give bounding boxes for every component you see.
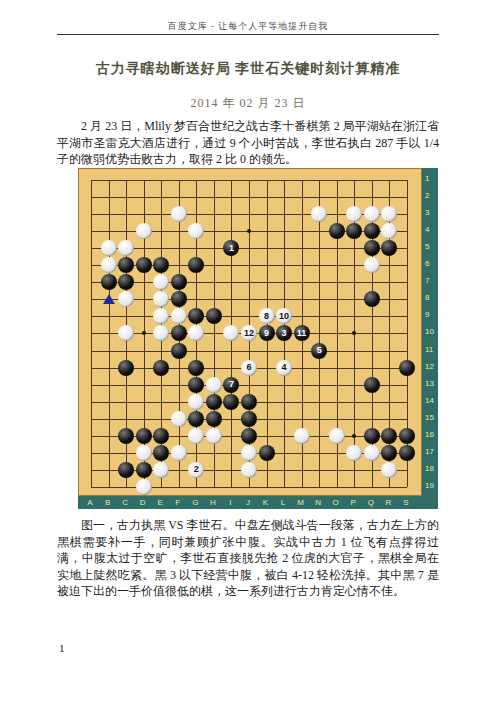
star-point (142, 331, 146, 335)
header-divider (57, 34, 439, 35)
column-label-I: I (229, 499, 231, 507)
go-stone-black (118, 462, 134, 478)
row-label-6: 6 (425, 260, 429, 268)
go-stone-white (381, 462, 397, 478)
go-stone-white (171, 206, 187, 222)
go-stone-white (101, 257, 117, 273)
row-label-5: 5 (425, 243, 429, 251)
go-stone-white-move-2: 2 (188, 462, 204, 478)
go-stone-black (136, 257, 152, 273)
column-label-L: L (281, 499, 285, 507)
go-stone-black (329, 223, 345, 239)
go-stone-white (364, 257, 380, 273)
go-stone-black (223, 394, 239, 410)
go-stone-black (188, 411, 204, 427)
go-stone-white-move-10: 10 (276, 308, 292, 324)
go-stone-white (329, 428, 345, 444)
go-stone-black (241, 428, 257, 444)
column-label-M: M (297, 499, 304, 507)
column-label-Q: Q (368, 499, 374, 507)
go-stone-white (153, 274, 169, 290)
go-stone-white (136, 479, 152, 495)
go-stone-black (171, 274, 187, 290)
go-stone-white-move-12: 12 (241, 325, 257, 341)
go-stone-white (364, 206, 380, 222)
row-label-14: 14 (425, 397, 434, 405)
go-stone-white (188, 394, 204, 410)
grid-line-horizontal (91, 385, 407, 386)
go-stone-black (153, 360, 169, 376)
go-stone-black (381, 445, 397, 461)
page-header: 百度文库 - 让每个人平等地提升自我 (0, 20, 496, 33)
column-label-O: O (333, 499, 339, 507)
go-stone-black (118, 274, 134, 290)
column-label-P: P (351, 499, 356, 507)
go-stone-white (171, 445, 187, 461)
go-stone-white (118, 291, 134, 307)
go-stone-white (153, 308, 169, 324)
go-stone-black-move-9: 9 (259, 325, 275, 341)
row-label-16: 16 (425, 431, 434, 439)
go-stone-white (171, 308, 187, 324)
go-stone-black (206, 411, 222, 427)
triangle-mark (103, 294, 115, 304)
board-row-labels-bar: 12345678910111213141516171819 (422, 168, 438, 509)
go-stone-black (399, 428, 415, 444)
go-stone-white (364, 445, 380, 461)
column-label-H: H (210, 499, 216, 507)
page-number: 1 (59, 642, 65, 654)
go-stone-white-move-8: 8 (259, 308, 275, 324)
row-label-4: 4 (425, 226, 429, 234)
grid-line-horizontal (91, 351, 407, 352)
row-label-9: 9 (425, 311, 429, 319)
go-stone-black (188, 377, 204, 393)
column-label-E: E (158, 499, 163, 507)
go-board: 181012931156472 (78, 168, 422, 496)
go-stone-black (241, 394, 257, 410)
go-stone-black-move-3: 3 (276, 325, 292, 341)
go-stone-black (153, 257, 169, 273)
star-point (247, 229, 251, 233)
go-stone-white (311, 206, 327, 222)
go-stone-white-move-6: 6 (241, 360, 257, 376)
go-stone-black (399, 360, 415, 376)
go-stone-white (188, 325, 204, 341)
star-point (352, 331, 356, 335)
column-label-G: G (192, 499, 198, 507)
grid-line-vertical (319, 180, 320, 487)
go-stone-white (118, 240, 134, 256)
row-label-3: 3 (425, 209, 429, 217)
go-stone-black (118, 428, 134, 444)
row-label-8: 8 (425, 294, 429, 302)
column-label-N: N (315, 499, 321, 507)
go-stone-white (101, 240, 117, 256)
go-stone-white (153, 462, 169, 478)
row-label-15: 15 (425, 414, 434, 422)
column-label-C: C (122, 499, 128, 507)
go-stone-black (188, 308, 204, 324)
article-date: 2014 年 02 月 23 日 (0, 95, 496, 112)
go-stone-black (171, 343, 187, 359)
go-stone-black-move-11: 11 (294, 325, 310, 341)
row-label-13: 13 (425, 380, 434, 388)
go-stone-white (346, 206, 362, 222)
go-stone-white (118, 325, 134, 341)
row-label-17: 17 (425, 448, 434, 456)
column-label-B: B (105, 499, 110, 507)
go-stone-black-move-7: 7 (223, 377, 239, 393)
go-stone-white (188, 223, 204, 239)
go-stone-black (241, 411, 257, 427)
go-board-diagram: 181012931156472 ABCDEFGHIJKLMNOPQRS 1234… (78, 168, 438, 509)
go-stone-white (171, 411, 187, 427)
go-stone-white (346, 445, 362, 461)
row-label-7: 7 (425, 277, 429, 285)
go-stone-white (381, 206, 397, 222)
row-label-10: 10 (425, 328, 434, 336)
go-stone-black (206, 394, 222, 410)
star-point (352, 434, 356, 438)
article-title: 古力寻瞎劫断送好局 李世石关键时刻计算精准 (0, 60, 496, 78)
go-stone-white (223, 325, 239, 341)
go-stone-black (364, 377, 380, 393)
go-stone-black (153, 445, 169, 461)
column-label-K: K (263, 499, 268, 507)
row-label-12: 12 (425, 363, 434, 371)
go-stone-white (153, 291, 169, 307)
go-stone-black (153, 428, 169, 444)
go-stone-black (399, 445, 415, 461)
go-stone-white (241, 462, 257, 478)
column-label-S: S (403, 499, 408, 507)
row-label-2: 2 (425, 192, 429, 200)
go-stone-white (206, 377, 222, 393)
go-stone-black-move-5: 5 (311, 343, 327, 359)
go-stone-white (136, 445, 152, 461)
go-stone-black (188, 360, 204, 376)
go-stone-black (364, 240, 380, 256)
row-label-19: 19 (425, 482, 434, 490)
go-stone-black (118, 257, 134, 273)
column-label-D: D (140, 499, 146, 507)
go-stone-white (153, 325, 169, 341)
column-label-F: F (175, 499, 180, 507)
column-label-R: R (385, 499, 391, 507)
go-stone-white (188, 428, 204, 444)
intro-paragraph: 2 月 23 日，Mlily 梦百合世纪之战古李十番棋第 2 局平湖站在浙江省平… (57, 118, 439, 168)
go-stone-black-move-1: 1 (223, 240, 239, 256)
go-stone-black (206, 308, 222, 324)
caption-text: 图一，古力执黑 VS 李世石。中盘左侧战斗告一段落，古力左上方的黑棋需要补一手，… (57, 518, 439, 598)
board-column-labels-bar: ABCDEFGHIJKLMNOPQRS (78, 496, 422, 509)
go-stone-black (101, 274, 117, 290)
column-label-J: J (246, 499, 250, 507)
go-stone-black (259, 445, 275, 461)
go-stone-black (381, 428, 397, 444)
row-label-11: 11 (425, 346, 433, 354)
go-stone-black (364, 223, 380, 239)
go-stone-black (188, 257, 204, 273)
go-stone-black (136, 428, 152, 444)
go-stone-white (294, 428, 310, 444)
go-stone-black (381, 240, 397, 256)
go-stone-black (346, 223, 362, 239)
row-label-18: 18 (425, 465, 434, 473)
go-stone-white (381, 223, 397, 239)
go-stone-black (364, 291, 380, 307)
column-label-A: A (87, 499, 92, 507)
go-stone-black (364, 428, 380, 444)
go-stone-white-move-4: 4 (276, 360, 292, 376)
go-stone-black (171, 325, 187, 341)
go-stone-black (118, 360, 134, 376)
go-stone-white (241, 445, 257, 461)
row-label-1: 1 (425, 175, 429, 183)
go-stone-white (206, 428, 222, 444)
document-page: 百度文库 - 让每个人平等地提升自我 古力寻瞎劫断送好局 李世石关键时刻计算精准… (0, 0, 496, 702)
go-stone-black (171, 291, 187, 307)
intro-paragraph-text: 2 月 23 日，Mlily 梦百合世纪之战古李十番棋第 2 局平湖站在浙江省平… (57, 119, 439, 166)
caption-paragraph: 图一，古力执黑 VS 李世石。中盘左侧战斗告一段落，古力左上方的黑棋需要补一手，… (57, 517, 439, 600)
go-stone-black (136, 462, 152, 478)
go-stone-white (136, 223, 152, 239)
